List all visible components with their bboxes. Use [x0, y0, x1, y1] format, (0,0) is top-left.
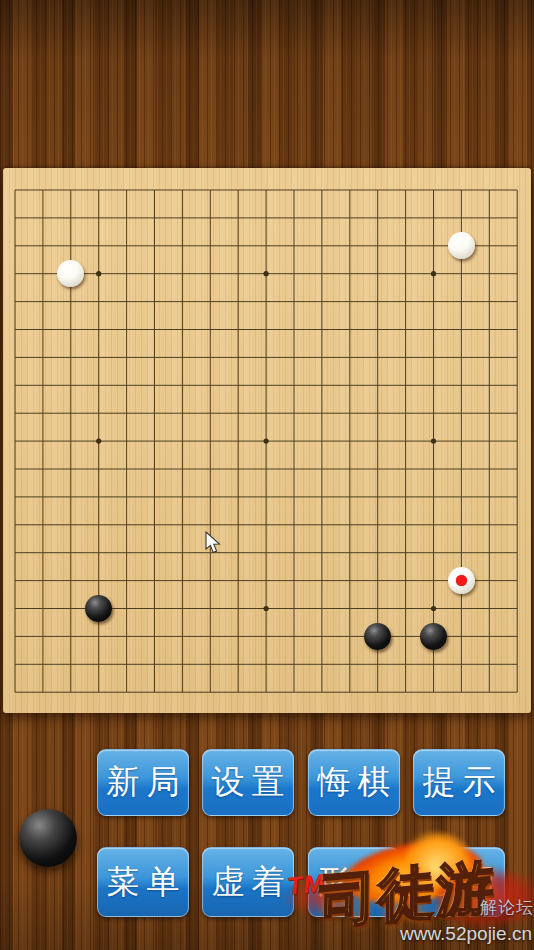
- mouse-cursor-icon: [205, 531, 222, 555]
- stone-black-Q3: [420, 623, 447, 650]
- undo-button[interactable]: 悔棋: [308, 749, 400, 816]
- estimate-button[interactable]: 形势: [308, 847, 400, 917]
- watermark-url: www.52pojie.cn: [400, 923, 532, 945]
- new-game-button[interactable]: 新局: [97, 749, 189, 816]
- stone-white-C16: [57, 260, 84, 287]
- stone-black-O3: [364, 623, 391, 650]
- black-to-play-indicator-stone: [19, 809, 77, 867]
- back-button[interactable]: 返回: [413, 847, 505, 917]
- menu-button[interactable]: 菜单: [97, 847, 189, 917]
- stone-white-R17: [448, 232, 475, 259]
- stone-black-D4: [85, 595, 112, 622]
- stones-layer: [1, 176, 531, 706]
- pass-button[interactable]: 虚着: [202, 847, 294, 917]
- last-move-marker: [456, 575, 467, 586]
- stone-white-R5: [448, 567, 475, 594]
- settings-button[interactable]: 设置: [202, 749, 294, 816]
- go-board[interactable]: [3, 168, 531, 713]
- hint-button[interactable]: 提示: [413, 749, 505, 816]
- go-app-screen: 新局 设置 悔棋 提示 菜单 虚着 形势 返回 TM 司徒游 解论坛 www.5…: [0, 0, 534, 950]
